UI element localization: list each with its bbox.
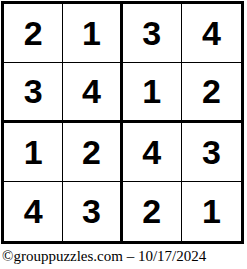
- sudoku-cell-r3c2[interactable]: 2: [63, 123, 122, 182]
- sudoku-cell-r1c4[interactable]: 4: [182, 4, 241, 63]
- copyright-credit: ©grouppuzzles.com – 10/17/2024: [2, 248, 245, 265]
- sudoku-cell-r4c3[interactable]: 2: [123, 182, 182, 241]
- sudoku-cell-r3c1[interactable]: 1: [4, 123, 63, 182]
- sudoku-cell-r2c4[interactable]: 2: [182, 63, 241, 122]
- sudoku-board: 2134341212434321: [1, 1, 244, 244]
- sudoku-cell-r2c3[interactable]: 1: [123, 63, 182, 122]
- sudoku-page: 2134341212434321 ©grouppuzzles.com – 10/…: [0, 0, 247, 269]
- sudoku-cell-r3c3[interactable]: 4: [123, 123, 182, 182]
- sudoku-cell-r4c4[interactable]: 1: [182, 182, 241, 241]
- sudoku-cell-r2c1[interactable]: 3: [4, 63, 63, 122]
- sudoku-cell-r4c2[interactable]: 3: [63, 182, 122, 241]
- sudoku-cell-r1c2[interactable]: 1: [63, 4, 122, 63]
- sudoku-cell-r2c2[interactable]: 4: [63, 63, 122, 122]
- sudoku-cell-r1c3[interactable]: 3: [123, 4, 182, 63]
- sudoku-cell-r3c4[interactable]: 3: [182, 123, 241, 182]
- sudoku-cell-r4c1[interactable]: 4: [4, 182, 63, 241]
- sudoku-cell-r1c1[interactable]: 2: [4, 4, 63, 63]
